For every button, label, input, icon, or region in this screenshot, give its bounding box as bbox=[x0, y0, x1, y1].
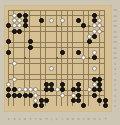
black-stone[interactable] bbox=[60, 87, 65, 92]
white-stone[interactable] bbox=[92, 50, 97, 55]
column-label: P bbox=[83, 117, 85, 121]
column-coordinate-labels: ABCDEFGHJKLMNOPQRST bbox=[6, 115, 108, 123]
column-label: B bbox=[13, 117, 15, 121]
black-stone[interactable] bbox=[33, 103, 38, 108]
row-label: 7 bbox=[112, 73, 117, 75]
white-stone[interactable] bbox=[97, 23, 102, 28]
white-stone[interactable] bbox=[12, 13, 17, 18]
row-label: 15 bbox=[112, 30, 117, 32]
white-stone[interactable] bbox=[17, 18, 22, 23]
white-stone[interactable] bbox=[28, 87, 33, 92]
black-stone[interactable] bbox=[12, 87, 17, 92]
black-stone[interactable] bbox=[39, 103, 44, 108]
white-stone[interactable] bbox=[55, 87, 60, 92]
row-label: 3 bbox=[112, 94, 117, 96]
black-stone[interactable] bbox=[76, 18, 81, 23]
black-stone[interactable] bbox=[76, 87, 81, 92]
black-stone[interactable] bbox=[92, 18, 97, 23]
black-stone[interactable] bbox=[17, 13, 22, 18]
white-stone[interactable] bbox=[87, 34, 92, 39]
white-stone[interactable] bbox=[92, 23, 97, 28]
black-stone[interactable] bbox=[97, 87, 102, 92]
black-stone[interactable] bbox=[60, 82, 65, 87]
black-stone[interactable] bbox=[76, 93, 81, 98]
black-stone[interactable] bbox=[87, 39, 92, 44]
black-stone[interactable] bbox=[39, 18, 44, 23]
row-label: 2 bbox=[112, 99, 117, 101]
white-stone[interactable] bbox=[92, 29, 97, 34]
column-label: M bbox=[67, 117, 69, 121]
row-label: 11 bbox=[112, 51, 117, 53]
white-stone[interactable] bbox=[23, 87, 28, 92]
row-label: 16 bbox=[112, 25, 117, 27]
black-stone[interactable] bbox=[92, 55, 97, 60]
black-stone[interactable] bbox=[23, 23, 28, 28]
black-stone[interactable] bbox=[49, 87, 54, 92]
row-label: 13 bbox=[112, 41, 117, 43]
black-stone[interactable] bbox=[92, 34, 97, 39]
black-stone[interactable] bbox=[44, 87, 49, 92]
column-label: D bbox=[24, 117, 26, 121]
column-label: K bbox=[56, 117, 58, 121]
black-stone[interactable] bbox=[28, 45, 33, 50]
black-stone[interactable] bbox=[23, 18, 28, 23]
column-label: O bbox=[77, 117, 79, 121]
black-stone[interactable] bbox=[60, 50, 65, 55]
black-stone[interactable] bbox=[71, 87, 76, 92]
column-label: T bbox=[104, 117, 106, 121]
go-board-app: 19181716151413121110987654321 ABCDEFGHJK… bbox=[0, 0, 120, 125]
black-stone[interactable] bbox=[49, 82, 54, 87]
row-label: 9 bbox=[112, 62, 117, 64]
white-stone[interactable] bbox=[92, 82, 97, 87]
black-stone[interactable] bbox=[17, 93, 22, 98]
row-label: 14 bbox=[112, 35, 117, 37]
column-label: G bbox=[40, 117, 42, 121]
column-label: H bbox=[45, 117, 47, 121]
black-stone[interactable] bbox=[39, 98, 44, 103]
black-stone[interactable] bbox=[23, 93, 28, 98]
black-stone[interactable] bbox=[71, 98, 76, 103]
column-label: S bbox=[99, 117, 101, 121]
white-stone[interactable] bbox=[6, 82, 11, 87]
black-stone[interactable] bbox=[6, 93, 11, 98]
black-stone[interactable] bbox=[97, 82, 102, 87]
row-label: 17 bbox=[112, 19, 117, 21]
column-label: C bbox=[18, 117, 20, 121]
column-label: N bbox=[72, 117, 74, 121]
black-stone[interactable] bbox=[6, 39, 11, 44]
row-label: 8 bbox=[112, 67, 117, 69]
column-label: F bbox=[35, 117, 37, 121]
black-stone[interactable] bbox=[6, 23, 11, 28]
column-label: R bbox=[93, 117, 95, 121]
white-stone[interactable] bbox=[49, 18, 54, 23]
row-label: 10 bbox=[112, 57, 117, 59]
black-stone[interactable] bbox=[92, 87, 97, 92]
white-stone[interactable] bbox=[33, 87, 38, 92]
black-stone[interactable] bbox=[103, 103, 108, 108]
stone-grid[interactable] bbox=[6, 7, 108, 108]
row-label: 5 bbox=[112, 83, 117, 85]
white-stone[interactable] bbox=[33, 98, 38, 103]
column-label: J bbox=[51, 117, 53, 121]
black-stone[interactable] bbox=[23, 13, 28, 18]
column-label: Q bbox=[88, 117, 90, 121]
row-label: 6 bbox=[112, 78, 117, 80]
white-stone[interactable] bbox=[12, 77, 17, 82]
black-stone[interactable] bbox=[76, 50, 81, 55]
white-stone[interactable] bbox=[97, 29, 102, 34]
black-stone[interactable] bbox=[81, 23, 86, 28]
black-stone[interactable] bbox=[17, 29, 22, 34]
white-stone[interactable] bbox=[87, 87, 92, 92]
black-stone[interactable] bbox=[97, 77, 102, 82]
white-stone[interactable] bbox=[17, 23, 22, 28]
black-stone[interactable] bbox=[97, 98, 102, 103]
column-label: E bbox=[29, 117, 31, 121]
row-label: 4 bbox=[112, 89, 117, 91]
row-coordinate-labels: 19181716151413121110987654321 bbox=[110, 7, 120, 108]
black-stone[interactable] bbox=[44, 82, 49, 87]
black-stone[interactable] bbox=[81, 103, 86, 108]
row-label: 18 bbox=[112, 14, 117, 16]
white-stone[interactable] bbox=[60, 93, 65, 98]
black-stone[interactable] bbox=[92, 77, 97, 82]
white-stone[interactable] bbox=[97, 18, 102, 23]
black-stone[interactable] bbox=[6, 50, 11, 55]
column-label: L bbox=[61, 117, 63, 121]
white-stone[interactable] bbox=[92, 66, 97, 71]
white-stone[interactable] bbox=[71, 93, 76, 98]
black-stone[interactable] bbox=[44, 98, 49, 103]
row-label: 12 bbox=[112, 46, 117, 48]
white-stone[interactable] bbox=[60, 18, 65, 23]
black-stone[interactable] bbox=[76, 98, 81, 103]
white-stone[interactable] bbox=[81, 55, 86, 60]
black-stone[interactable] bbox=[12, 93, 17, 98]
black-stone[interactable] bbox=[103, 98, 108, 103]
white-stone[interactable] bbox=[12, 18, 17, 23]
white-stone[interactable] bbox=[12, 23, 17, 28]
black-stone[interactable] bbox=[92, 13, 97, 18]
black-stone[interactable] bbox=[92, 93, 97, 98]
column-label: A bbox=[8, 117, 10, 121]
black-stone[interactable] bbox=[28, 39, 33, 44]
white-stone[interactable] bbox=[17, 87, 22, 92]
white-stone[interactable] bbox=[12, 61, 17, 66]
row-label: 19 bbox=[112, 9, 117, 11]
go-board[interactable] bbox=[4, 5, 112, 112]
white-stone[interactable] bbox=[49, 66, 54, 71]
black-stone[interactable] bbox=[6, 87, 11, 92]
black-stone[interactable] bbox=[28, 93, 33, 98]
white-stone[interactable] bbox=[33, 93, 38, 98]
black-stone[interactable] bbox=[12, 29, 17, 34]
black-stone[interactable] bbox=[76, 82, 81, 87]
row-label: 1 bbox=[112, 105, 117, 107]
